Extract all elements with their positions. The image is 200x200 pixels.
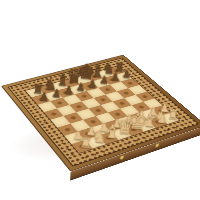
brass-latch [154, 83, 157, 88]
piece-black-bishop[interactable]: ♝ [90, 63, 105, 80]
square-e7[interactable]: ♟ [80, 81, 98, 91]
piece-black-king[interactable]: ♚ [77, 62, 96, 83]
piece-black-pawn[interactable]: ♟ [64, 84, 74, 95]
square-d8[interactable]: ♛ [62, 78, 80, 88]
square-d7[interactable]: ♟ [68, 84, 86, 94]
square-h4[interactable] [136, 92, 155, 102]
piece-white-rook[interactable]: ♜ [79, 135, 93, 150]
square-f7[interactable]: ♟ [92, 78, 110, 88]
square-f5[interactable] [105, 91, 124, 101]
square-h8[interactable]: ♜ [107, 66, 125, 75]
square-g7[interactable]: ♟ [103, 75, 121, 84]
brass-hinge [120, 155, 124, 160]
chess-board[interactable]: ♜♞♝♛♚♝♞♜♟♟♟♟♟♟♟♟♟♟♟♟♟♟♟♟♜♞♝♛♚♝♞♜ [1, 55, 200, 172]
product-photo-scene: ♜♞♝♛♚♝♞♜♟♟♟♟♟♟♟♟♟♟♟♟♟♟♟♟♜♞♝♛♚♝♞♜ [0, 0, 200, 200]
square-c8[interactable]: ♝ [50, 81, 68, 91]
piece-black-pawn[interactable]: ♟ [99, 75, 109, 86]
piece-black-knight[interactable]: ♞ [102, 62, 115, 77]
piece-black-pawn[interactable]: ♟ [110, 72, 120, 83]
piece-black-rook[interactable]: ♜ [114, 61, 126, 74]
brass-hinge [155, 143, 159, 148]
piece-black-bishop[interactable]: ♝ [55, 72, 71, 89]
square-h6[interactable] [121, 79, 139, 89]
square-e8[interactable]: ♚ [74, 75, 92, 84]
square-f8[interactable]: ♝ [85, 72, 103, 81]
piece-black-pawn[interactable]: ♟ [39, 91, 50, 103]
square-g8[interactable]: ♞ [96, 69, 114, 78]
square-f6[interactable] [98, 85, 116, 95]
piece-white-knight[interactable]: ♞ [91, 129, 107, 146]
square-e6[interactable] [87, 88, 106, 98]
square-h5[interactable] [128, 85, 147, 95]
square-d6[interactable] [75, 91, 94, 101]
square-e5[interactable] [94, 95, 113, 105]
camera-roll-wrapper: ♜♞♝♛♚♝♞♜♟♟♟♟♟♟♟♟♟♟♟♟♟♟♟♟♜♞♝♛♚♝♞♜ [0, 0, 200, 200]
piece-black-pawn[interactable]: ♟ [51, 88, 62, 100]
square-c7[interactable]: ♟ [56, 88, 75, 98]
square-c6[interactable] [63, 94, 82, 104]
piece-black-pawn[interactable]: ♟ [87, 78, 97, 89]
piece-black-pawn[interactable]: ♟ [76, 81, 86, 92]
square-h7[interactable]: ♟ [114, 72, 132, 81]
piece-black-queen[interactable]: ♛ [66, 67, 84, 86]
piece-black-pawn[interactable]: ♟ [121, 69, 131, 80]
square-g5[interactable] [117, 88, 136, 98]
square-g6[interactable] [110, 82, 128, 92]
square-g4[interactable] [124, 95, 143, 105]
